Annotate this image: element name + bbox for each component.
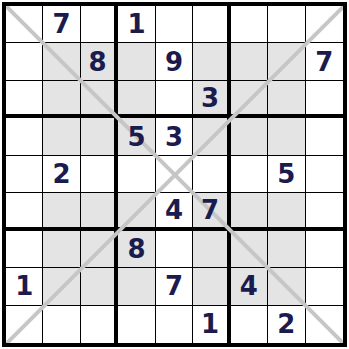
given-digit: 3 (201, 85, 219, 111)
cell-r1c7[interactable] (231, 6, 268, 43)
cell-r5c1[interactable] (6, 156, 43, 193)
cell-r8c6[interactable] (193, 268, 230, 305)
cell-r6c2[interactable] (43, 193, 80, 230)
given-digit: 4 (240, 273, 258, 299)
cell-r7c9[interactable] (306, 231, 343, 268)
cell-r2c9: 7 (306, 43, 343, 80)
cell-r2c8[interactable] (268, 43, 305, 80)
cell-r9c7[interactable] (231, 306, 268, 343)
cell-r1c4: 1 (118, 6, 155, 43)
cell-r7c2[interactable] (43, 231, 80, 268)
given-digit: 4 (165, 197, 183, 223)
cell-r4c9[interactable] (306, 118, 343, 155)
cell-r4c4: 5 (118, 118, 155, 155)
given-digit: 1 (201, 311, 219, 337)
cell-r5c8: 5 (268, 156, 305, 193)
cell-r5c7[interactable] (231, 156, 268, 193)
cell-r8c4[interactable] (118, 268, 155, 305)
cell-r3c1[interactable] (6, 81, 43, 118)
cell-r7c5[interactable] (156, 231, 193, 268)
given-digit: 5 (128, 124, 146, 150)
cell-r4c2[interactable] (43, 118, 80, 155)
cell-r9c2[interactable] (43, 306, 80, 343)
cell-r3c8[interactable] (268, 81, 305, 118)
cell-r1c2: 7 (43, 6, 80, 43)
cell-r9c5[interactable] (156, 306, 193, 343)
given-digit: 2 (53, 161, 71, 187)
cell-r9c9[interactable] (306, 306, 343, 343)
cell-r5c9[interactable] (306, 156, 343, 193)
cell-r1c8[interactable] (268, 6, 305, 43)
cell-r7c1[interactable] (6, 231, 43, 268)
cell-r8c5: 7 (156, 268, 193, 305)
given-digit: 9 (165, 49, 183, 75)
cell-r6c1[interactable] (6, 193, 43, 230)
cell-r1c9[interactable] (306, 6, 343, 43)
cell-r9c1[interactable] (6, 306, 43, 343)
cell-r2c4[interactable] (118, 43, 155, 80)
cell-r7c6[interactable] (193, 231, 230, 268)
cell-r2c2[interactable] (43, 43, 80, 80)
cell-r2c6[interactable] (193, 43, 230, 80)
sudoku-board: 718973532547817412 (2, 2, 347, 347)
given-digit: 7 (201, 197, 219, 223)
cell-r6c3[interactable] (81, 193, 118, 230)
cell-r8c7: 4 (231, 268, 268, 305)
cell-r3c7[interactable] (231, 81, 268, 118)
given-digit: 1 (128, 11, 146, 37)
cell-r6c6: 7 (193, 193, 230, 230)
given-digit: 8 (128, 236, 146, 262)
cell-r8c9[interactable] (306, 268, 343, 305)
cell-r4c6[interactable] (193, 118, 230, 155)
cell-r6c9[interactable] (306, 193, 343, 230)
cell-r3c4[interactable] (118, 81, 155, 118)
cell-r3c5[interactable] (156, 81, 193, 118)
cell-r9c4[interactable] (118, 306, 155, 343)
cell-r5c3[interactable] (81, 156, 118, 193)
cell-r5c4[interactable] (118, 156, 155, 193)
cell-r4c5: 3 (156, 118, 193, 155)
cell-r1c3[interactable] (81, 6, 118, 43)
cell-r7c8[interactable] (268, 231, 305, 268)
cell-r3c2[interactable] (43, 81, 80, 118)
cell-r3c3[interactable] (81, 81, 118, 118)
cell-r2c5: 9 (156, 43, 193, 80)
cell-r5c5[interactable] (156, 156, 193, 193)
cell-r7c4: 8 (118, 231, 155, 268)
given-digit: 1 (15, 273, 33, 299)
given-digit: 3 (165, 124, 183, 150)
cell-r3c9[interactable] (306, 81, 343, 118)
cell-r2c7[interactable] (231, 43, 268, 80)
cell-r4c8[interactable] (268, 118, 305, 155)
cell-r6c4[interactable] (118, 193, 155, 230)
given-digit: 7 (165, 273, 183, 299)
given-digit: 7 (315, 49, 333, 75)
cell-r1c5[interactable] (156, 6, 193, 43)
given-digit: 2 (277, 311, 295, 337)
cell-r4c1[interactable] (6, 118, 43, 155)
cell-r1c6[interactable] (193, 6, 230, 43)
given-digit: 8 (89, 49, 107, 75)
cell-r8c2[interactable] (43, 268, 80, 305)
cell-r1c1[interactable] (6, 6, 43, 43)
given-digit: 7 (53, 11, 71, 37)
cell-r6c5: 4 (156, 193, 193, 230)
sudoku-grid: 718973532547817412 (6, 6, 343, 343)
cell-r7c7[interactable] (231, 231, 268, 268)
cell-r3c6: 3 (193, 81, 230, 118)
cell-r4c7[interactable] (231, 118, 268, 155)
cell-r9c8: 2 (268, 306, 305, 343)
cell-r5c2: 2 (43, 156, 80, 193)
cell-r9c6: 1 (193, 306, 230, 343)
cell-r9c3[interactable] (81, 306, 118, 343)
cell-r6c7[interactable] (231, 193, 268, 230)
cell-r6c8[interactable] (268, 193, 305, 230)
cell-r2c1[interactable] (6, 43, 43, 80)
cell-r8c3[interactable] (81, 268, 118, 305)
cell-r8c8[interactable] (268, 268, 305, 305)
cell-r2c3: 8 (81, 43, 118, 80)
cell-r4c3[interactable] (81, 118, 118, 155)
given-digit: 5 (277, 161, 295, 187)
cell-r7c3[interactable] (81, 231, 118, 268)
cell-r5c6[interactable] (193, 156, 230, 193)
cell-r8c1: 1 (6, 268, 43, 305)
